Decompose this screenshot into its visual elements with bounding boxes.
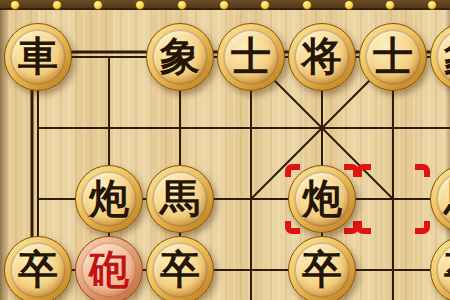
- piece-face: 炮: [81, 171, 137, 227]
- piece-red-cannon[interactable]: 砲: [75, 236, 143, 300]
- piece-label: 卒: [444, 249, 450, 289]
- piece-face: 卒: [294, 242, 350, 298]
- piece-label: 馬: [160, 178, 200, 218]
- last-move-from-marker: [356, 164, 430, 234]
- piece-black-soldier[interactable]: 卒: [4, 236, 72, 300]
- piece-face: 馬: [152, 171, 208, 227]
- piece-face: 象: [436, 29, 450, 85]
- piece-black-soldier[interactable]: 卒: [146, 236, 214, 300]
- marker-corner-icon: [415, 221, 430, 234]
- piece-label: 砲: [89, 249, 129, 289]
- piece-face: 象: [152, 29, 208, 85]
- piece-label: 卒: [302, 249, 342, 289]
- piece-face: 炮: [294, 171, 350, 227]
- piece-label: 士: [231, 36, 271, 76]
- piece-black-cannon[interactable]: 炮: [288, 165, 356, 233]
- piece-label: 炮: [302, 178, 342, 218]
- piece-black-elephant[interactable]: 象: [146, 23, 214, 91]
- piece-label: 車: [18, 36, 58, 76]
- piece-face: 卒: [152, 242, 208, 298]
- piece-label: 士: [373, 36, 413, 76]
- marker-corner-icon: [344, 221, 359, 234]
- piece-face: 砲: [81, 242, 137, 298]
- xiangqi-board[interactable]: 車象士将士象炮馬炮馬卒砲卒卒卒: [0, 0, 450, 300]
- piece-face: 馬: [436, 171, 450, 227]
- piece-label: 炮: [89, 178, 129, 218]
- piece-label: 象: [444, 36, 450, 76]
- piece-label: 卒: [18, 249, 58, 289]
- piece-label: 馬: [444, 178, 450, 218]
- piece-black-cannon[interactable]: 炮: [75, 165, 143, 233]
- piece-black-horse[interactable]: 馬: [146, 165, 214, 233]
- piece-black-general[interactable]: 将: [288, 23, 356, 91]
- piece-black-advisor[interactable]: 士: [359, 23, 427, 91]
- marker-corner-icon: [415, 164, 430, 177]
- piece-black-soldier[interactable]: 卒: [288, 236, 356, 300]
- piece-label: 象: [160, 36, 200, 76]
- piece-black-chariot[interactable]: 車: [4, 23, 72, 91]
- piece-face: 将: [294, 29, 350, 85]
- piece-label: 卒: [160, 249, 200, 289]
- piece-face: 士: [223, 29, 279, 85]
- piece-black-advisor[interactable]: 士: [217, 23, 285, 91]
- piece-face: 卒: [10, 242, 66, 298]
- piece-face: 卒: [436, 242, 450, 298]
- piece-face: 士: [365, 29, 421, 85]
- piece-face: 車: [10, 29, 66, 85]
- piece-label: 将: [302, 36, 342, 76]
